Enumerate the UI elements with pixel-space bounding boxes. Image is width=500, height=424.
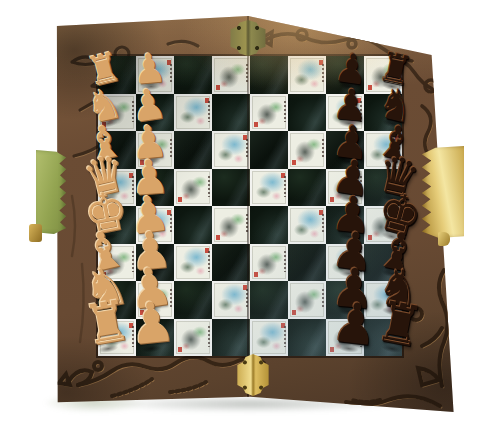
square-e6[interactable] (288, 206, 326, 244)
square-f4[interactable] (212, 244, 250, 282)
tile-caption-text (208, 176, 210, 197)
square-g3[interactable] (174, 281, 212, 319)
square-b5[interactable] (250, 94, 288, 132)
square-g6[interactable] (288, 281, 326, 319)
tile-seal-mark (216, 235, 220, 240)
square-c6[interactable] (288, 131, 326, 169)
piece-white-pawn[interactable]: ♟ (127, 294, 171, 354)
square-c3[interactable] (174, 131, 212, 169)
tile-caption-text (170, 139, 172, 160)
tile-seal-mark (292, 160, 296, 165)
tile-seal-mark (254, 122, 258, 127)
square-c5[interactable] (250, 131, 288, 169)
square-h4[interactable] (212, 319, 250, 357)
tile-caption-text (322, 64, 324, 85)
square-d6[interactable] (288, 169, 326, 207)
square-c4[interactable] (212, 131, 250, 169)
tile-seal-mark (178, 197, 182, 202)
square-f6[interactable] (288, 244, 326, 282)
tile-caption-text (284, 326, 286, 347)
tile-caption-text (170, 64, 172, 85)
square-g4[interactable] (212, 281, 250, 319)
square-e5[interactable] (250, 206, 288, 244)
tile-seal-mark (216, 85, 220, 90)
tile-caption-text (322, 289, 324, 310)
tile-seal-mark (254, 272, 258, 277)
square-b4[interactable] (212, 94, 250, 132)
tile-caption-text (322, 139, 324, 160)
tile-caption-text (284, 101, 286, 122)
tile-caption-text (208, 251, 210, 272)
square-a3[interactable] (174, 56, 212, 94)
tile-caption-text (208, 101, 210, 122)
brass-pin-left (29, 224, 42, 242)
square-e3[interactable] (174, 206, 212, 244)
square-g5[interactable] (250, 281, 288, 319)
square-h3[interactable] (174, 319, 212, 357)
square-h6[interactable] (288, 319, 326, 357)
square-f3[interactable] (174, 244, 212, 282)
square-f5[interactable] (250, 244, 288, 282)
brass-hook-right (438, 232, 450, 246)
square-d5[interactable] (250, 169, 288, 207)
carving-bottom-left-dragon (59, 357, 265, 397)
square-b6[interactable] (288, 94, 326, 132)
square-d3[interactable] (174, 169, 212, 207)
tile-seal-mark (178, 347, 182, 352)
tile-caption-text (208, 326, 210, 347)
square-a4[interactable] (212, 56, 250, 94)
square-a5[interactable] (250, 56, 288, 94)
tile-caption-text (284, 251, 286, 272)
piece-black-pawn[interactable]: ♟ (330, 294, 375, 354)
square-h5[interactable] (250, 319, 288, 357)
square-d4[interactable] (212, 169, 250, 207)
square-e4[interactable] (212, 206, 250, 244)
photo-scene: ♜♟♟♜♞♟♟♞♝♟♟♝♛♟♟♛♚♟♟♚♝♟♟♝♞♟♟♞♜♟♟♜ (0, 0, 500, 424)
tile-caption-text (322, 214, 324, 235)
tile-caption-text (284, 176, 286, 197)
tile-seal-mark (292, 310, 296, 315)
square-a6[interactable] (288, 56, 326, 94)
square-b3[interactable] (174, 94, 212, 132)
